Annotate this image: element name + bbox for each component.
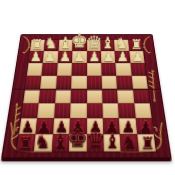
square-h5[interactable] [23, 89, 40, 103]
square-a7[interactable]: ♟ [135, 118, 153, 134]
square-f3[interactable] [57, 63, 72, 76]
square-d4[interactable] [87, 76, 102, 89]
square-h6[interactable] [21, 103, 39, 118]
black-rook[interactable]: ♜ [132, 135, 163, 151]
square-c3[interactable] [101, 63, 116, 76]
square-b5[interactable] [117, 89, 134, 103]
square-c4[interactable] [101, 76, 117, 89]
square-d3[interactable] [87, 63, 102, 76]
square-h4[interactable] [25, 76, 42, 89]
square-a4[interactable] [131, 76, 148, 89]
square-g4[interactable] [40, 76, 56, 89]
square-e6[interactable] [70, 103, 86, 118]
square-g3[interactable] [42, 63, 58, 76]
square-a3[interactable] [130, 63, 146, 76]
square-a6[interactable] [134, 103, 152, 118]
square-a2[interactable]: ♟ [129, 51, 145, 63]
square-e5[interactable] [71, 89, 87, 103]
square-e3[interactable] [72, 63, 87, 76]
square-f6[interactable] [54, 103, 71, 118]
square-e4[interactable] [71, 76, 86, 89]
black-rook[interactable]: ♜ [10, 135, 41, 151]
square-d5[interactable] [86, 89, 102, 103]
square-b3[interactable] [116, 63, 132, 76]
square-f4[interactable] [56, 76, 72, 89]
square-h3[interactable] [27, 63, 43, 76]
product-photo-canvas: ♜♞♝♚♛♝♞♜♟♟♟♟♟♟♟♟♟♟♟♟♟♟♟♟♜♞♝♚♛♝♞♜ [0, 0, 175, 175]
square-h8[interactable]: ♜ [17, 134, 36, 151]
square-b4[interactable] [116, 76, 132, 89]
square-a8[interactable]: ♜ [137, 134, 156, 151]
chess-board: ♜♞♝♚♛♝♞♜♟♟♟♟♟♟♟♟♟♟♟♟♟♟♟♟♜♞♝♚♛♝♞♜ [1, 34, 172, 161]
square-d6[interactable] [86, 103, 102, 118]
square-a5[interactable] [133, 89, 150, 103]
square-g5[interactable] [39, 89, 56, 103]
square-b6[interactable] [118, 103, 135, 118]
board-grid: ♜♞♝♚♛♝♞♜♟♟♟♟♟♟♟♟♟♟♟♟♟♟♟♟♜♞♝♚♛♝♞♜ [17, 40, 156, 152]
square-c5[interactable] [102, 89, 118, 103]
square-g6[interactable] [38, 103, 55, 118]
square-f5[interactable] [55, 89, 71, 103]
scene: ♜♞♝♚♛♝♞♜♟♟♟♟♟♟♟♟♟♟♟♟♟♟♟♟♜♞♝♚♛♝♞♜ [0, 0, 175, 175]
square-c6[interactable] [102, 103, 119, 118]
fold-seam [13, 89, 161, 91]
white-pawn[interactable]: ♟ [124, 50, 150, 63]
